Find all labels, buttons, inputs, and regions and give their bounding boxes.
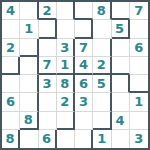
cell-r2c1[interactable]	[2, 20, 20, 38]
cell-r6c5[interactable]: 3	[75, 93, 93, 111]
cell-r7c3[interactable]	[39, 112, 57, 130]
cell-r8c6[interactable]: 1	[93, 130, 111, 148]
cell-r1c8[interactable]: 7	[130, 2, 148, 20]
cell-r5c5[interactable]: 6	[75, 75, 93, 93]
cell-r3c4[interactable]: 3	[57, 39, 75, 57]
cell-r7c5[interactable]	[75, 112, 93, 130]
cell-r6c7[interactable]	[112, 93, 130, 111]
cell-r3c6[interactable]	[93, 39, 111, 57]
cell-r6c8[interactable]: 1	[130, 93, 148, 111]
cell-r3c1[interactable]: 2	[2, 39, 20, 57]
cell-r5c3[interactable]: 3	[39, 75, 57, 93]
cell-r5c6[interactable]: 5	[93, 75, 111, 93]
cell-r5c2[interactable]	[20, 75, 38, 93]
cell-r7c1[interactable]	[2, 112, 20, 130]
cell-r4c2[interactable]	[20, 57, 38, 75]
cell-r2c8[interactable]	[130, 20, 148, 38]
cell-r1c2[interactable]	[20, 2, 38, 20]
sudoku-board: 4287152376714238656231848613	[0, 0, 150, 150]
cell-r7c7[interactable]: 4	[112, 112, 130, 130]
cell-r1c6[interactable]: 8	[93, 2, 111, 20]
cell-r5c1[interactable]	[2, 75, 20, 93]
cell-r1c4[interactable]	[57, 2, 75, 20]
cell-r1c5[interactable]	[75, 2, 93, 20]
cell-r4c7[interactable]	[112, 57, 130, 75]
cell-r5c4[interactable]: 8	[57, 75, 75, 93]
cell-r2c7[interactable]: 5	[112, 20, 130, 38]
cell-r8c7[interactable]	[112, 130, 130, 148]
cell-r3c8[interactable]: 6	[130, 39, 148, 57]
cell-r2c5[interactable]	[75, 20, 93, 38]
cell-r1c7[interactable]	[112, 2, 130, 20]
cell-r4c8[interactable]	[130, 57, 148, 75]
cell-r8c4[interactable]	[57, 130, 75, 148]
cell-r8c3[interactable]: 6	[39, 130, 57, 148]
cell-r2c3[interactable]	[39, 20, 57, 38]
cell-r1c3[interactable]: 2	[39, 2, 57, 20]
cell-r2c4[interactable]	[57, 20, 75, 38]
cell-r3c2[interactable]	[20, 39, 38, 57]
cell-r3c7[interactable]	[112, 39, 130, 57]
cell-r8c8[interactable]: 3	[130, 130, 148, 148]
cell-r6c4[interactable]: 2	[57, 93, 75, 111]
cell-r8c5[interactable]	[75, 130, 93, 148]
cell-r6c3[interactable]	[39, 93, 57, 111]
cell-r5c7[interactable]	[112, 75, 130, 93]
cell-r7c4[interactable]	[57, 112, 75, 130]
cell-r3c3[interactable]	[39, 39, 57, 57]
cell-r6c2[interactable]	[20, 93, 38, 111]
cell-r4c5[interactable]: 4	[75, 57, 93, 75]
cell-r7c8[interactable]	[130, 112, 148, 130]
cell-r4c6[interactable]: 2	[93, 57, 111, 75]
cell-r6c6[interactable]	[93, 93, 111, 111]
cell-r4c4[interactable]: 1	[57, 57, 75, 75]
cell-r2c2[interactable]: 1	[20, 20, 38, 38]
cell-r1c1[interactable]: 4	[2, 2, 20, 20]
cell-r7c2[interactable]: 8	[20, 112, 38, 130]
cell-r6c1[interactable]: 6	[2, 93, 20, 111]
cell-r8c2[interactable]	[20, 130, 38, 148]
cell-r5c8[interactable]	[130, 75, 148, 93]
cell-r7c6[interactable]	[93, 112, 111, 130]
cell-r4c1[interactable]	[2, 57, 20, 75]
cell-r4c3[interactable]: 7	[39, 57, 57, 75]
cell-r3c5[interactable]: 7	[75, 39, 93, 57]
cell-r8c1[interactable]: 8	[2, 130, 20, 148]
cell-r2c6[interactable]	[93, 20, 111, 38]
